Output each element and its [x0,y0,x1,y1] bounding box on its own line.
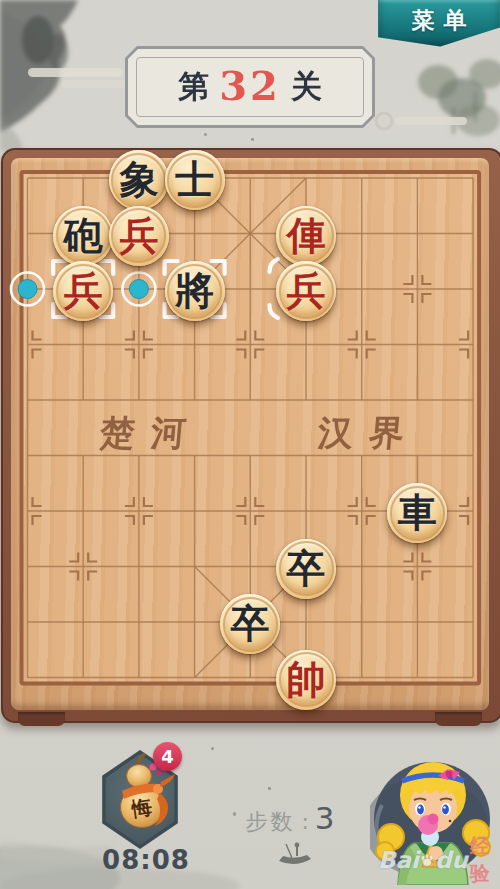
piece-red-soldier-2[interactable]: 兵 [53,261,113,321]
piece-red-soldier-1[interactable]: 兵 [109,206,169,266]
selection-bracket-arc [269,305,278,318]
steps-label: 步数 [245,807,295,837]
piece-red-chariot[interactable]: 俥 [276,206,336,266]
move-hint-dot[interactable] [18,280,37,299]
piece-glyph: 砲 [64,206,103,266]
piece-black-advisor[interactable]: 士 [165,150,225,210]
svg-text:悔: 悔 [129,795,153,822]
piece-glyph: 兵 [119,206,158,266]
piece-glyph: 兵 [64,261,103,321]
move-hint-overlay [0,0,500,889]
move-hint-dot[interactable] [129,280,148,299]
piece-glyph: 卒 [231,594,270,654]
steps-separator: : [301,809,308,834]
piece-black-elephant[interactable]: 象 [109,150,169,210]
piece-glyph: 將 [175,261,214,321]
piece-black-soldier-2[interactable]: 卒 [220,594,280,654]
piece-glyph: 俥 [287,206,326,266]
piece-black-general[interactable]: 將 [165,261,225,321]
piece-glyph: 帥 [287,650,326,710]
game-screen: 菜单 第 32 关 楚河 汉界 象士砲兵俥兵將兵車卒卒帥 [0,0,500,889]
piece-glyph: 兵 [287,261,326,321]
piece-black-cannon[interactable]: 砲 [53,206,113,266]
undo-count-badge: 4 [153,742,182,771]
piece-black-chariot[interactable]: 車 [387,483,447,543]
piece-red-soldier-3[interactable]: 兵 [276,261,336,321]
piece-glyph: 士 [175,150,214,210]
selection-bracket-arc [269,259,278,272]
piece-glyph: 卒 [287,539,326,599]
piece-black-soldier-1[interactable]: 卒 [276,539,336,599]
steps-counter: 步数 : 3 [225,800,355,837]
timer-text: 08:08 [96,845,196,875]
piece-glyph: 象 [119,150,158,210]
piece-red-general[interactable]: 帥 [276,650,336,710]
steps-value: 3 [315,800,335,836]
piece-glyph: 車 [398,483,437,543]
